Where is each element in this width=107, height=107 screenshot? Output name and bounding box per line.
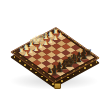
brass-stud <box>54 80 56 82</box>
brass-stud <box>37 68 39 70</box>
brass-stud <box>25 60 27 62</box>
chess-set-photo: ♜♞♝♛♚♝♞♜♟♟♟♟♟♟♟♟♟♟♟♟♟♟♟♟♜♞♝♛♚♝♞♜ <box>0 0 107 107</box>
brass-stud <box>72 70 74 72</box>
brass-stud <box>19 60 21 62</box>
brass-stud <box>68 37 70 39</box>
brass-stud <box>85 64 87 66</box>
brass-stud <box>24 64 26 66</box>
brass-stud <box>30 68 32 70</box>
brass-stud <box>79 67 81 69</box>
brass-stud <box>97 57 99 59</box>
brass-stud <box>74 41 76 43</box>
white-pawn: ♟ <box>23 51 29 57</box>
brass-stud <box>60 77 62 79</box>
clasp <box>54 83 61 88</box>
brass-stud <box>61 80 63 82</box>
brass-stud <box>43 72 45 74</box>
brass-stud <box>66 74 68 76</box>
brass-stud <box>31 64 33 66</box>
brass-stud <box>90 64 92 66</box>
brass-stud <box>91 60 93 62</box>
black-rook: ♜ <box>50 68 58 77</box>
brass-stud <box>19 56 21 58</box>
brass-stud <box>14 52 16 54</box>
